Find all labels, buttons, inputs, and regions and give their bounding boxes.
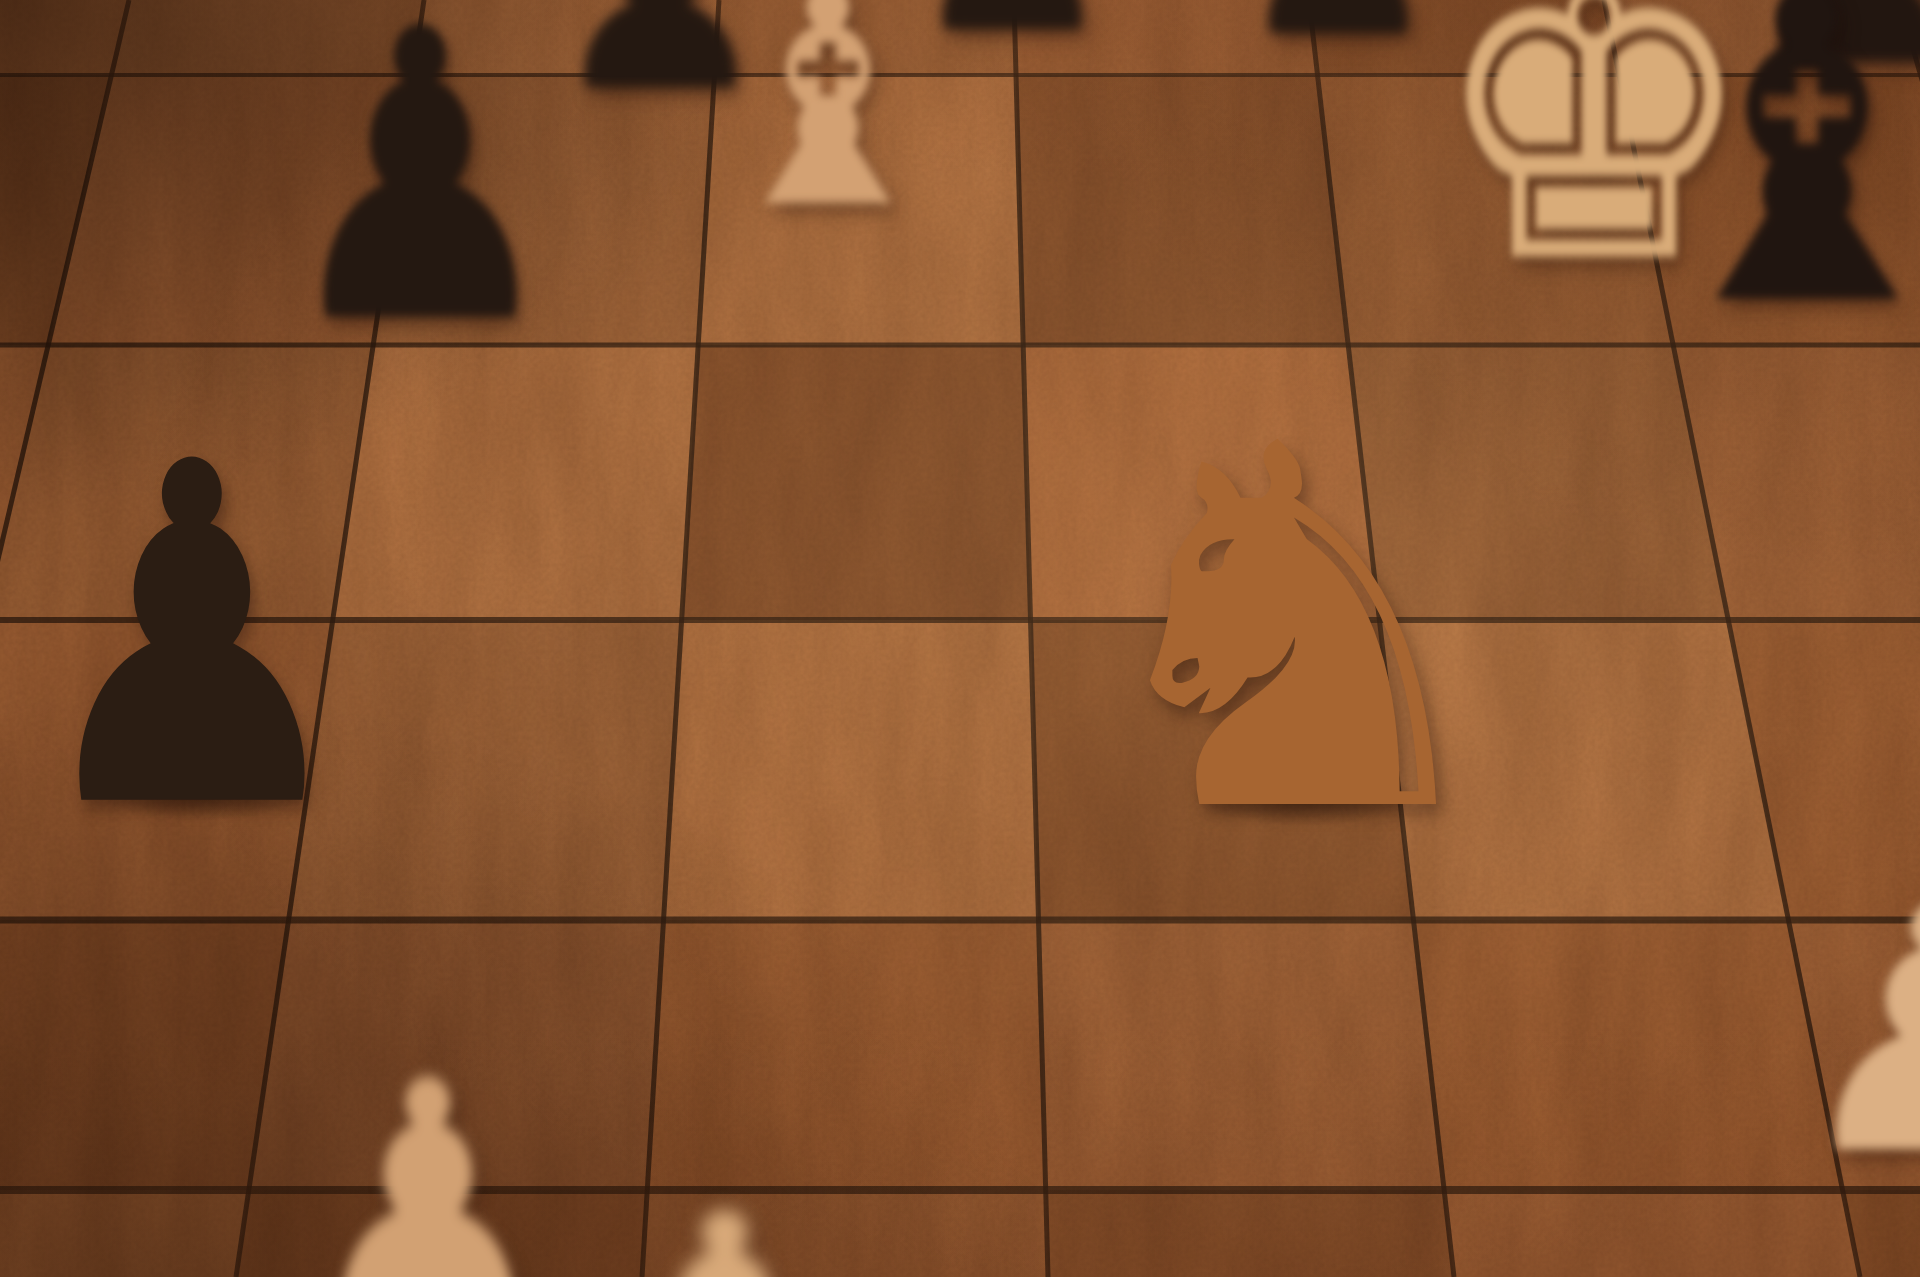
piece-black-pawn-a4[interactable]: ♟ — [23, 403, 360, 873]
piece-white-bishop-c6[interactable]: ♝ — [707, 0, 949, 250]
piece-white-pawn-b2[interactable]: ♟ — [298, 1036, 557, 1277]
piece-white-knight-d4[interactable]: ♞ — [1069, 381, 1517, 881]
piece-black-pawn-b6[interactable]: ♟ — [277, 0, 564, 378]
piece-black-bishop-f6[interactable]: ♝ — [1634, 0, 1920, 365]
piece-black-pawn-e7[interactable]: ♟ — [1235, 0, 1441, 69]
chessboard-photo: ♟♟♟♟♝♚♝♟♟♞♟♟♟ — [0, 0, 1920, 1277]
piece-white-pawn-g3[interactable]: ♟ — [1786, 861, 1920, 1201]
piece-white-pawn-c2[interactable]: ♟ — [591, 1175, 860, 1277]
